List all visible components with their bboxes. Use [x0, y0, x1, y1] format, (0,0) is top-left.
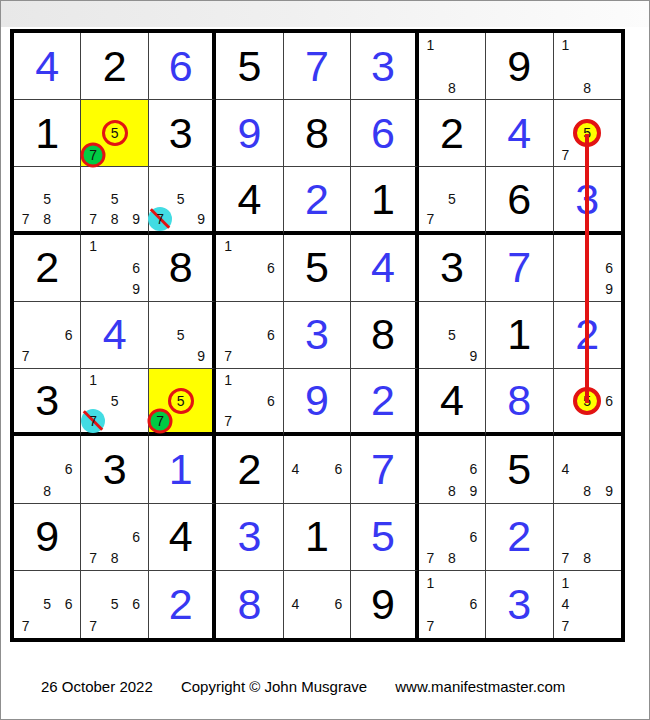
- cell-r7c6[interactable]: 7: [351, 436, 418, 503]
- solved-digit: 7: [486, 235, 552, 301]
- cell-r4c2[interactable]: 169: [81, 235, 148, 302]
- candidate-digit: 8: [583, 484, 591, 498]
- candidate-digit: 7: [89, 551, 97, 565]
- cell-r8c7[interactable]: 678: [419, 504, 486, 571]
- candidate-digit: 4: [292, 597, 300, 611]
- cell-r9c8[interactable]: 3: [486, 571, 553, 638]
- cell-r1c2[interactable]: 2: [81, 33, 148, 100]
- candidate-grid: 678: [82, 505, 146, 569]
- given-digit: 9: [486, 33, 552, 99]
- candidate-grid: 167: [217, 370, 281, 431]
- given-digit: 2: [14, 235, 80, 301]
- cell-r1c1[interactable]: 4: [14, 33, 81, 100]
- candidate-digit: 6: [267, 261, 275, 275]
- solved-digit: 3: [486, 571, 552, 638]
- cell-r8c9[interactable]: 78: [554, 504, 621, 571]
- cell-r4c7[interactable]: 3: [419, 235, 486, 302]
- candidate-digit: 6: [605, 394, 613, 408]
- footer-date: 26 October 2022: [41, 678, 153, 695]
- cell-r6c4[interactable]: 167: [216, 369, 283, 436]
- candidate-digit: 8: [43, 484, 51, 498]
- candidate-digit: 6: [469, 597, 477, 611]
- candidate-digit: 1: [427, 38, 435, 52]
- given-digit: 3: [14, 369, 80, 432]
- cell-r6c2[interactable]: 157: [81, 369, 148, 436]
- candidate-digit: 6: [132, 261, 140, 275]
- cell-r2c4[interactable]: 9: [216, 100, 283, 167]
- cell-r2c8[interactable]: 4: [486, 100, 553, 167]
- footer-url[interactable]: www.manifestmaster.com: [395, 678, 565, 695]
- cell-r4c5[interactable]: 5: [284, 235, 351, 302]
- cell-r2c2[interactable]: 57: [81, 100, 148, 167]
- candidate-digit: 7: [224, 414, 232, 428]
- cell-r2c5[interactable]: 8: [284, 100, 351, 167]
- cell-r5c8[interactable]: 1: [486, 302, 553, 369]
- candidate-digit: 7: [89, 619, 97, 633]
- candidate-digit: 7: [224, 349, 232, 363]
- cell-r5c7[interactable]: 59: [419, 302, 486, 369]
- cell-r5c5[interactable]: 3: [284, 302, 351, 369]
- sudoku-board: 4265731891815739862457578578957942157632…: [10, 29, 625, 642]
- candidate-grid: 157: [82, 370, 146, 431]
- cell-r5c3[interactable]: 59: [149, 302, 216, 369]
- cell-r4c3[interactable]: 8: [149, 235, 216, 302]
- solved-digit: 2: [284, 167, 350, 230]
- candidate-grid: 59: [150, 303, 211, 367]
- candidate-digit: 6: [605, 261, 613, 275]
- cell-r4c8[interactable]: 7: [486, 235, 553, 302]
- candidate-digit: 7: [562, 619, 570, 633]
- candidate-grid: 57: [150, 370, 211, 431]
- candidate-grid: 67: [15, 303, 79, 367]
- candidate-digit: 9: [197, 212, 205, 226]
- solved-digit: 3: [216, 504, 282, 570]
- candidate-grid: 169: [82, 236, 146, 300]
- candidate-grid: 57: [82, 101, 146, 165]
- solved-digit: 2: [486, 504, 552, 570]
- given-digit: 5: [216, 33, 282, 99]
- cell-r1c5[interactable]: 7: [284, 33, 351, 100]
- candidate-grid: 67: [217, 303, 281, 367]
- given-digit: 1: [486, 302, 552, 368]
- solved-digit: 8: [486, 369, 552, 432]
- cell-r2c7[interactable]: 2: [419, 100, 486, 167]
- cell-r2c6[interactable]: 6: [351, 100, 418, 167]
- given-digit: 1: [284, 504, 350, 570]
- candidate-digit: 5: [177, 192, 185, 206]
- given-digit: 9: [351, 571, 414, 638]
- candidate-grid: 57: [420, 168, 484, 229]
- candidate-digit: 6: [132, 530, 140, 544]
- given-digit: 3: [149, 100, 212, 166]
- solved-digit: 8: [216, 571, 282, 638]
- candidate-grid: 167: [420, 572, 484, 637]
- cell-r8c1[interactable]: 9: [14, 504, 81, 571]
- cell-r6c6[interactable]: 2: [351, 369, 418, 436]
- cell-r4c1[interactable]: 2: [14, 235, 81, 302]
- candidate-digit: 8: [448, 484, 456, 498]
- page: 4265731891815739862457578578957942157632…: [0, 0, 650, 720]
- cell-r1c4[interactable]: 5: [216, 33, 283, 100]
- cell-r9c1[interactable]: 567: [14, 571, 81, 638]
- cell-r6c1[interactable]: 3: [14, 369, 81, 436]
- cell-r7c7[interactable]: 689: [419, 436, 486, 503]
- candidate-grid: 18: [555, 34, 620, 98]
- candidate-digit: 6: [65, 328, 73, 342]
- solved-digit: 3: [284, 302, 350, 368]
- candidate-digit: 8: [448, 81, 456, 95]
- given-digit: 1: [351, 167, 414, 230]
- candidate-digit: 5: [111, 394, 119, 408]
- candidate-digit: 6: [65, 462, 73, 476]
- cell-r5c4[interactable]: 67: [216, 302, 283, 369]
- cell-r1c8[interactable]: 9: [486, 33, 553, 100]
- solved-digit: 9: [216, 100, 282, 166]
- candidate-digit: 7: [22, 349, 30, 363]
- solved-digit: 4: [486, 100, 552, 166]
- cell-r5c2[interactable]: 4: [81, 302, 148, 369]
- solved-digit: 7: [351, 436, 414, 502]
- solved-digit: 4: [81, 302, 147, 368]
- given-digit: 3: [419, 235, 485, 301]
- given-digit: 6: [486, 167, 552, 230]
- cell-r8c4[interactable]: 3: [216, 504, 283, 571]
- given-digit: 4: [419, 369, 485, 432]
- candidate-digit: 9: [132, 212, 140, 226]
- candidate-digit: 5: [177, 394, 185, 408]
- candidate-digit: 7: [427, 619, 435, 633]
- candidate-digit: 7: [562, 148, 570, 162]
- candidate-digit: 6: [267, 328, 275, 342]
- cell-r3c8[interactable]: 6: [486, 167, 553, 234]
- candidate-digit: 4: [292, 462, 300, 476]
- cell-r4c4[interactable]: 16: [216, 235, 283, 302]
- cell-r9c2[interactable]: 567: [81, 571, 148, 638]
- cell-r7c8[interactable]: 5: [486, 436, 553, 503]
- solved-digit: 5: [351, 504, 414, 570]
- cell-r9c6[interactable]: 9: [351, 571, 418, 638]
- candidate-digit: 1: [224, 373, 232, 387]
- candidate-digit: 6: [469, 530, 477, 544]
- candidate-grid: 46: [285, 572, 349, 637]
- chain-link-line: [585, 134, 589, 403]
- candidate-digit: 9: [197, 349, 205, 363]
- solved-digit: 7: [284, 33, 350, 99]
- cell-r1c7[interactable]: 18: [419, 33, 486, 100]
- footer-copyright: Copyright © John Musgrave: [181, 678, 367, 695]
- given-digit: 4: [149, 504, 212, 570]
- cell-r1c3[interactable]: 6: [149, 33, 216, 100]
- candidate-grid: 567: [15, 572, 79, 637]
- candidate-digit: 1: [89, 373, 97, 387]
- candidate-digit: 6: [65, 597, 73, 611]
- candidate-digit: 1: [224, 239, 232, 253]
- candidate-digit: 1: [427, 576, 435, 590]
- candidate-digit: 5: [177, 328, 185, 342]
- cell-r2c1[interactable]: 1: [14, 100, 81, 167]
- cell-r3c3[interactable]: 579: [149, 167, 216, 234]
- cell-r4c6[interactable]: 4: [351, 235, 418, 302]
- given-digit: 8: [284, 100, 350, 166]
- cell-r7c4[interactable]: 2: [216, 436, 283, 503]
- cell-r8c6[interactable]: 5: [351, 504, 418, 571]
- candidate-digit: 8: [448, 551, 456, 565]
- solved-digit: 2: [149, 571, 212, 638]
- solved-digit: 3: [351, 33, 414, 99]
- cell-r7c5[interactable]: 46: [284, 436, 351, 503]
- candidate-digit: 7: [562, 551, 570, 565]
- cell-r9c4[interactable]: 8: [216, 571, 283, 638]
- cell-r3c1[interactable]: 578: [14, 167, 81, 234]
- cell-r8c2[interactable]: 678: [81, 504, 148, 571]
- candidate-grid: 5789: [82, 168, 146, 229]
- given-digit: 5: [284, 235, 350, 301]
- candidate-digit: 8: [43, 212, 51, 226]
- cell-r3c4[interactable]: 4: [216, 167, 283, 234]
- candidate-digit: 9: [605, 282, 613, 296]
- candidate-digit: 9: [469, 349, 477, 363]
- solved-digit: 4: [351, 235, 414, 301]
- candidate-digit: 9: [469, 484, 477, 498]
- candidate-digit: 6: [267, 394, 275, 408]
- candidate-grid: 578: [15, 168, 79, 229]
- candidate-grid: 689: [420, 437, 484, 501]
- solved-digit: 1: [149, 436, 212, 502]
- cell-r6c8[interactable]: 8: [486, 369, 553, 436]
- cell-r1c9[interactable]: 18: [554, 33, 621, 100]
- solved-digit: 9: [284, 369, 350, 432]
- cell-r7c2[interactable]: 3: [81, 436, 148, 503]
- candidate-digit: 8: [583, 81, 591, 95]
- candidate-digit: 5: [111, 192, 119, 206]
- candidate-digit: 5: [43, 597, 51, 611]
- cell-r9c9[interactable]: 147: [554, 571, 621, 638]
- solved-digit: 6: [149, 33, 212, 99]
- cell-r3c2[interactable]: 5789: [81, 167, 148, 234]
- cell-r3c5[interactable]: 2: [284, 167, 351, 234]
- candidate-digit: 6: [469, 462, 477, 476]
- candidate-grid: 579: [150, 168, 211, 229]
- candidate-grid: 78: [555, 505, 620, 569]
- cell-r8c3[interactable]: 4: [149, 504, 216, 571]
- candidate-digit: 7: [427, 212, 435, 226]
- candidate-digit: 7: [22, 619, 30, 633]
- given-digit: 3: [81, 436, 147, 502]
- cell-r3c6[interactable]: 1: [351, 167, 418, 234]
- candidate-digit: 7: [89, 148, 97, 162]
- footer: 26 October 2022 Copyright © John Musgrav…: [41, 678, 589, 695]
- given-digit: 4: [216, 167, 282, 230]
- given-digit: 2: [216, 436, 282, 502]
- solved-digit: 6: [351, 100, 414, 166]
- given-digit: 5: [486, 436, 552, 502]
- candidate-digit: 5: [111, 126, 119, 140]
- candidate-digit: 4: [562, 462, 570, 476]
- candidate-grid: 489: [555, 437, 620, 501]
- cell-r5c1[interactable]: 67: [14, 302, 81, 369]
- cell-r6c7[interactable]: 4: [419, 369, 486, 436]
- candidate-grid: 147: [555, 572, 620, 637]
- candidate-digit: 7: [89, 414, 97, 428]
- candidate-digit: 8: [111, 551, 119, 565]
- given-digit: 1: [14, 100, 80, 166]
- candidate-digit: 4: [562, 597, 570, 611]
- candidate-digit: 1: [562, 38, 570, 52]
- cell-r6c3[interactable]: 57: [149, 369, 216, 436]
- given-digit: 8: [149, 235, 212, 301]
- cell-r6c5[interactable]: 9: [284, 369, 351, 436]
- candidate-digit: 5: [448, 328, 456, 342]
- given-digit: 8: [351, 302, 414, 368]
- cell-r9c3[interactable]: 2: [149, 571, 216, 638]
- candidate-digit: 9: [132, 282, 140, 296]
- candidate-digit: 6: [335, 597, 343, 611]
- given-digit: 2: [419, 100, 485, 166]
- candidate-digit: 6: [335, 462, 343, 476]
- given-digit: 2: [81, 33, 147, 99]
- cell-r1c6[interactable]: 3: [351, 33, 418, 100]
- cell-r7c9[interactable]: 489: [554, 436, 621, 503]
- header-gradient-bar: [1, 1, 649, 27]
- candidate-digit: 8: [583, 551, 591, 565]
- candidate-digit: 5: [111, 597, 119, 611]
- candidate-grid: 18: [420, 34, 484, 98]
- cell-r9c7[interactable]: 167: [419, 571, 486, 638]
- candidate-digit: 6: [132, 597, 140, 611]
- candidate-grid: 68: [15, 437, 79, 501]
- cell-r9c5[interactable]: 46: [284, 571, 351, 638]
- candidate-grid: 678: [420, 505, 484, 569]
- cell-r7c3[interactable]: 1: [149, 436, 216, 503]
- solved-digit: 4: [14, 33, 80, 99]
- candidate-digit: 9: [605, 484, 613, 498]
- cell-r3c7[interactable]: 57: [419, 167, 486, 234]
- cell-r8c5[interactable]: 1: [284, 504, 351, 571]
- candidate-digit: 1: [89, 239, 97, 253]
- candidate-digit: 7: [89, 212, 97, 226]
- candidate-grid: 16: [217, 236, 281, 300]
- candidate-digit: 7: [22, 212, 30, 226]
- candidate-digit: 1: [562, 576, 570, 590]
- candidate-grid: 567: [82, 572, 146, 637]
- given-digit: 9: [14, 504, 80, 570]
- cell-r2c3[interactable]: 3: [149, 100, 216, 167]
- candidate-digit: 5: [448, 192, 456, 206]
- cell-r8c8[interactable]: 2: [486, 504, 553, 571]
- candidate-grid: 59: [420, 303, 484, 367]
- candidate-digit: 7: [156, 212, 164, 226]
- cell-r7c1[interactable]: 68: [14, 436, 81, 503]
- candidate-digit: 7: [427, 551, 435, 565]
- candidate-grid: 46: [285, 437, 349, 501]
- candidate-digit: 5: [43, 192, 51, 206]
- cell-r5c6[interactable]: 8: [351, 302, 418, 369]
- candidate-digit: 7: [156, 414, 164, 428]
- candidate-digit: 8: [111, 212, 119, 226]
- solved-digit: 2: [351, 369, 414, 432]
